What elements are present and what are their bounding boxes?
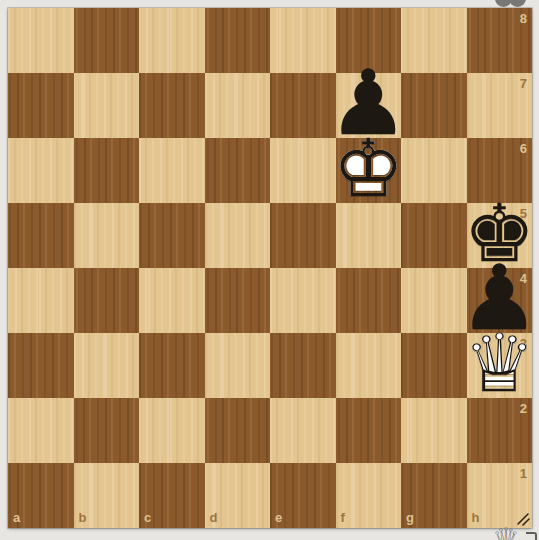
file-label-a: a (13, 511, 20, 524)
square-f3[interactable] (336, 333, 402, 398)
file-label-c: c (144, 511, 151, 524)
square-c6[interactable] (139, 138, 205, 203)
piece-white-king[interactable]: ♚♔ (336, 138, 402, 203)
square-g5[interactable] (401, 203, 467, 268)
square-c8[interactable] (139, 8, 205, 73)
square-d8[interactable] (205, 8, 271, 73)
square-e1[interactable]: e (270, 463, 336, 528)
square-e7[interactable] (270, 73, 336, 138)
square-b7[interactable] (74, 73, 140, 138)
square-a6[interactable] (8, 138, 74, 203)
square-g1[interactable]: g (401, 463, 467, 528)
square-c1[interactable]: c (139, 463, 205, 528)
square-b5[interactable] (74, 203, 140, 268)
file-label-b: b (79, 511, 87, 524)
square-e5[interactable] (270, 203, 336, 268)
square-h1[interactable]: 1h (467, 463, 533, 528)
square-a3[interactable] (8, 333, 74, 398)
square-c4[interactable] (139, 268, 205, 333)
square-c3[interactable] (139, 333, 205, 398)
square-b8[interactable] (74, 8, 140, 73)
file-label-g: g (406, 511, 414, 524)
clipped-queen-icon: ♕ (492, 524, 520, 540)
square-g4[interactable] (401, 268, 467, 333)
square-f1[interactable]: f (336, 463, 402, 528)
piece-white-queen[interactable]: ♛♕ (467, 333, 533, 398)
rank-label-7: 7 (520, 77, 527, 90)
square-f4[interactable] (336, 268, 402, 333)
square-a1[interactable]: a (8, 463, 74, 528)
square-c7[interactable] (139, 73, 205, 138)
square-d7[interactable] (205, 73, 271, 138)
square-d4[interactable] (205, 268, 271, 333)
square-b1[interactable]: b (74, 463, 140, 528)
square-b4[interactable] (74, 268, 140, 333)
square-e8[interactable] (270, 8, 336, 73)
square-d6[interactable] (205, 138, 271, 203)
square-e2[interactable] (270, 398, 336, 463)
file-label-e: e (275, 511, 282, 524)
square-b3[interactable] (74, 333, 140, 398)
square-d5[interactable] (205, 203, 271, 268)
square-g7[interactable] (401, 73, 467, 138)
square-h8[interactable]: 8 (467, 8, 533, 73)
square-a7[interactable] (8, 73, 74, 138)
clipped-bracket-icon (526, 532, 537, 540)
square-e6[interactable] (270, 138, 336, 203)
chess-board: 8♟7♚♔65♚4♟3♛♕2abcdefg1h (8, 8, 532, 528)
square-a5[interactable] (8, 203, 74, 268)
square-b6[interactable] (74, 138, 140, 203)
square-a8[interactable] (8, 8, 74, 73)
square-c5[interactable] (139, 203, 205, 268)
square-c2[interactable] (139, 398, 205, 463)
square-e4[interactable] (270, 268, 336, 333)
square-a4[interactable] (8, 268, 74, 333)
file-label-f: f (341, 511, 345, 524)
rank-label-8: 8 (520, 12, 527, 25)
square-g3[interactable] (401, 333, 467, 398)
square-f2[interactable] (336, 398, 402, 463)
square-d1[interactable]: d (205, 463, 271, 528)
file-label-d: d (210, 511, 218, 524)
rank-label-1: 1 (520, 467, 527, 480)
square-g2[interactable] (401, 398, 467, 463)
square-h7[interactable]: 7 (467, 73, 533, 138)
rank-label-6: 6 (520, 142, 527, 155)
square-f6[interactable]: ♚♔ (336, 138, 402, 203)
square-g8[interactable] (401, 8, 467, 73)
square-g6[interactable] (401, 138, 467, 203)
square-d3[interactable] (205, 333, 271, 398)
square-e3[interactable] (270, 333, 336, 398)
square-a2[interactable] (8, 398, 74, 463)
square-d2[interactable] (205, 398, 271, 463)
square-h3[interactable]: 3♛♕ (467, 333, 533, 398)
clipped-captured-piece-icon (494, 0, 530, 8)
file-label-h: h (472, 511, 480, 524)
square-b2[interactable] (74, 398, 140, 463)
